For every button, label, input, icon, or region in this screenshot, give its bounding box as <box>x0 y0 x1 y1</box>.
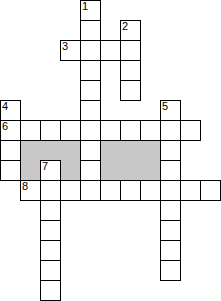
letter-cell[interactable] <box>120 120 141 141</box>
crossword-board: 12345678 <box>0 0 221 301</box>
letter-cell[interactable] <box>80 160 101 181</box>
letter-cell[interactable] <box>180 180 201 201</box>
blocked-cell <box>120 160 141 181</box>
letter-cell[interactable] <box>80 140 101 161</box>
letter-cell[interactable] <box>40 280 61 301</box>
letter-cell[interactable] <box>80 40 101 61</box>
blocked-cell <box>140 160 161 181</box>
letter-cell[interactable] <box>40 220 61 241</box>
letter-cell[interactable] <box>140 180 161 201</box>
letter-cell[interactable] <box>100 40 121 61</box>
letter-cell[interactable] <box>160 200 181 221</box>
letter-cell[interactable] <box>40 260 61 281</box>
letter-cell[interactable] <box>160 180 181 201</box>
blocked-cell <box>100 160 121 181</box>
blocked-cell <box>120 140 141 161</box>
letter-cell[interactable] <box>80 120 101 141</box>
letter-cell[interactable] <box>100 120 121 141</box>
blocked-cell <box>40 140 61 161</box>
letter-cell[interactable] <box>80 80 101 101</box>
blocked-cell <box>100 140 121 161</box>
blocked-cell <box>60 140 81 161</box>
clue-number: 4 <box>2 101 8 112</box>
blocked-cell <box>60 160 81 181</box>
letter-cell[interactable] <box>180 120 201 141</box>
clue-number: 6 <box>2 121 8 132</box>
blocked-cell <box>20 160 41 181</box>
letter-cell[interactable] <box>160 220 181 241</box>
letter-cell[interactable] <box>40 240 61 261</box>
letter-cell[interactable] <box>120 60 141 81</box>
letter-cell[interactable] <box>0 160 21 181</box>
letter-cell[interactable] <box>80 180 101 201</box>
letter-cell[interactable] <box>160 240 181 261</box>
letter-cell[interactable] <box>160 160 181 181</box>
letter-cell[interactable] <box>160 140 181 161</box>
letter-cell[interactable] <box>80 60 101 81</box>
letter-cell[interactable] <box>200 180 221 201</box>
letter-cell[interactable] <box>40 200 61 221</box>
letter-cell[interactable] <box>80 20 101 41</box>
clue-number: 8 <box>22 181 28 192</box>
letter-cell[interactable] <box>60 180 81 201</box>
letter-cell[interactable] <box>0 140 21 161</box>
letter-cell[interactable] <box>160 120 181 141</box>
clue-number: 3 <box>62 41 68 52</box>
letter-cell[interactable] <box>120 80 141 101</box>
letter-cell[interactable] <box>140 120 161 141</box>
letter-cell[interactable] <box>80 100 101 121</box>
letter-cell[interactable] <box>120 40 141 61</box>
letter-cell[interactable] <box>100 180 121 201</box>
letter-cell[interactable] <box>120 180 141 201</box>
blocked-cell <box>20 140 41 161</box>
clue-number: 2 <box>122 21 128 32</box>
letter-cell[interactable] <box>40 180 61 201</box>
letter-cell[interactable] <box>160 260 181 281</box>
letter-cell[interactable] <box>40 120 61 141</box>
blocked-cell <box>140 140 161 161</box>
letter-cell[interactable] <box>20 120 41 141</box>
clue-number: 5 <box>162 101 168 112</box>
clue-number: 1 <box>82 1 88 12</box>
clue-number: 7 <box>42 161 48 172</box>
letter-cell[interactable] <box>60 120 81 141</box>
